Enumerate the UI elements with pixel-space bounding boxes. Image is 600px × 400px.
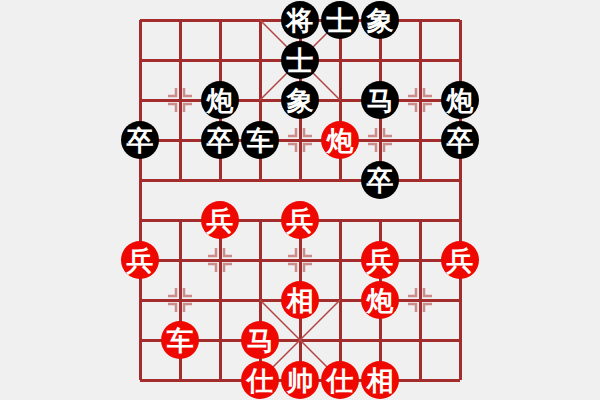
board-intersection[interactable] (200, 160, 240, 200)
piece-red-soldier[interactable]: 兵 (121, 241, 159, 279)
board-intersection[interactable] (320, 80, 360, 120)
board-intersection[interactable] (120, 200, 160, 240)
piece-black-cannon[interactable]: 炮 (201, 81, 239, 119)
board-intersection[interactable] (320, 40, 360, 80)
board-intersection[interactable]: 卒 (440, 120, 480, 160)
board-intersection[interactable] (200, 240, 240, 280)
board-intersection[interactable]: 兵 (200, 200, 240, 240)
board-intersection[interactable] (240, 240, 280, 280)
board-intersection[interactable] (360, 320, 400, 360)
board-intersection[interactable]: 兵 (280, 200, 320, 240)
board-intersection[interactable] (360, 120, 400, 160)
board-intersection[interactable] (200, 320, 240, 360)
board-intersection[interactable] (440, 280, 480, 320)
board-intersection[interactable]: 卒 (200, 120, 240, 160)
board-intersection[interactable]: 士 (320, 0, 360, 40)
board-intersection[interactable]: 炮 (320, 120, 360, 160)
piece-red-soldier[interactable]: 兵 (361, 241, 399, 279)
piece-red-horse[interactable]: 马 (241, 321, 279, 359)
board-intersection[interactable] (240, 280, 280, 320)
piece-black-soldier[interactable]: 卒 (441, 121, 479, 159)
board-intersection[interactable]: 马 (240, 320, 280, 360)
board-intersection[interactable]: 卒 (120, 120, 160, 160)
board-intersection[interactable] (440, 0, 480, 40)
board-intersection[interactable] (240, 200, 280, 240)
board-intersection[interactable]: 仕 (240, 360, 280, 400)
board-intersection[interactable] (160, 0, 200, 40)
board-intersection[interactable] (440, 320, 480, 360)
board-intersection[interactable] (440, 360, 480, 400)
board-intersection[interactable] (240, 40, 280, 80)
board-intersection[interactable] (440, 200, 480, 240)
board-intersection[interactable]: 象 (360, 0, 400, 40)
board-intersection[interactable] (320, 280, 360, 320)
piece-red-cannon[interactable]: 炮 (321, 121, 359, 159)
board-intersection[interactable] (360, 200, 400, 240)
board-intersection[interactable]: 炮 (440, 80, 480, 120)
board-intersection[interactable] (200, 280, 240, 320)
board-intersection[interactable]: 兵 (360, 240, 400, 280)
board-intersection[interactable]: 相 (280, 280, 320, 320)
piece-red-elephant[interactable]: 相 (361, 361, 399, 399)
board-intersection[interactable] (320, 320, 360, 360)
piece-black-general[interactable]: 将 (281, 1, 319, 39)
board-intersection[interactable] (280, 120, 320, 160)
board-intersection[interactable] (200, 0, 240, 40)
board-intersection[interactable] (120, 360, 160, 400)
board-intersection[interactable] (120, 40, 160, 80)
board-intersection[interactable]: 马 (360, 80, 400, 120)
board-intersection[interactable]: 仕 (320, 360, 360, 400)
board-intersection[interactable] (120, 80, 160, 120)
piece-black-horse[interactable]: 马 (361, 81, 399, 119)
board-intersection[interactable] (160, 200, 200, 240)
xiangqi-board-screen: 将士象士炮象马炮卒卒车炮卒卒兵兵兵兵兵相炮车马仕帅仕相 (0, 0, 600, 400)
board-intersection[interactable]: 炮 (360, 280, 400, 320)
xiangqi-board: 将士象士炮象马炮卒卒车炮卒卒兵兵兵兵兵相炮车马仕帅仕相 (120, 0, 480, 400)
board-intersection[interactable]: 将 (280, 0, 320, 40)
board-intersection[interactable]: 兵 (120, 240, 160, 280)
board-intersection[interactable] (120, 280, 160, 320)
board-intersection[interactable] (400, 360, 440, 400)
board-intersection[interactable] (440, 160, 480, 200)
board-intersection[interactable] (400, 320, 440, 360)
board-intersection[interactable] (280, 320, 320, 360)
piece-black-soldier[interactable]: 卒 (361, 161, 399, 199)
board-intersection[interactable]: 炮 (200, 80, 240, 120)
piece-black-elephant[interactable]: 象 (281, 81, 319, 119)
board-intersection[interactable] (440, 40, 480, 80)
piece-black-soldier[interactable]: 卒 (201, 121, 239, 159)
board-intersection[interactable]: 车 (160, 320, 200, 360)
board-intersection[interactable]: 帅 (280, 360, 320, 400)
piece-red-chariot[interactable]: 车 (161, 321, 199, 359)
piece-black-soldier[interactable]: 卒 (121, 121, 159, 159)
board-intersection[interactable] (400, 120, 440, 160)
board-intersection[interactable] (120, 320, 160, 360)
board-intersection[interactable] (400, 40, 440, 80)
board-intersection[interactable]: 象 (280, 80, 320, 120)
piece-red-soldier[interactable]: 兵 (441, 241, 479, 279)
piece-red-general[interactable]: 帅 (281, 361, 319, 399)
piece-black-elephant[interactable]: 象 (361, 1, 399, 39)
board-intersection[interactable] (120, 160, 160, 200)
piece-red-soldier[interactable]: 兵 (201, 201, 239, 239)
board-intersection[interactable] (160, 280, 200, 320)
board-intersection[interactable] (320, 240, 360, 280)
board-intersection[interactable]: 相 (360, 360, 400, 400)
board-intersection[interactable] (320, 160, 360, 200)
board-intersection[interactable] (200, 40, 240, 80)
piece-black-advisor[interactable]: 士 (281, 41, 319, 79)
piece-black-chariot[interactable]: 车 (241, 121, 279, 159)
board-intersection[interactable]: 兵 (440, 240, 480, 280)
board-intersection[interactable] (160, 160, 200, 200)
piece-red-cannon[interactable]: 炮 (361, 281, 399, 319)
piece-red-soldier[interactable]: 兵 (281, 201, 319, 239)
board-intersection[interactable] (280, 240, 320, 280)
board-intersection[interactable] (240, 0, 280, 40)
board-intersection[interactable] (400, 200, 440, 240)
piece-red-advisor[interactable]: 仕 (321, 361, 359, 399)
piece-red-elephant[interactable]: 相 (281, 281, 319, 319)
board-intersection[interactable] (200, 360, 240, 400)
board-intersection[interactable]: 士 (280, 40, 320, 80)
board-intersection[interactable] (400, 280, 440, 320)
board-intersection[interactable] (320, 200, 360, 240)
board-intersection[interactable] (160, 80, 200, 120)
board-intersection[interactable] (160, 240, 200, 280)
board-intersection[interactable]: 车 (240, 120, 280, 160)
board-intersection[interactable] (160, 360, 200, 400)
board-intersection[interactable] (160, 40, 200, 80)
board-intersection[interactable] (400, 160, 440, 200)
board-intersection[interactable] (400, 240, 440, 280)
board-intersection[interactable] (240, 160, 280, 200)
piece-black-cannon[interactable]: 炮 (441, 81, 479, 119)
board-intersection[interactable]: 卒 (360, 160, 400, 200)
board-intersection[interactable] (280, 160, 320, 200)
board-intersection[interactable] (360, 40, 400, 80)
board-intersection[interactable] (400, 80, 440, 120)
board-intersection[interactable] (400, 0, 440, 40)
board-intersection[interactable] (160, 120, 200, 160)
piece-black-advisor[interactable]: 士 (321, 1, 359, 39)
board-intersection[interactable] (120, 0, 160, 40)
piece-red-advisor[interactable]: 仕 (241, 361, 279, 399)
board-intersection[interactable] (240, 80, 280, 120)
